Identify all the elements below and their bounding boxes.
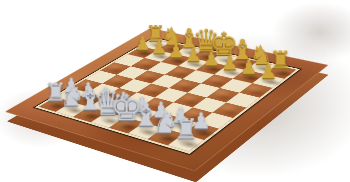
piece-black-pawn-h7: ♟ [244, 61, 292, 81]
chess-set-product-photo: ♜♞♝♛♚♝♞♜♟♟♟♟♟♟♟♟♟♟♟♟♟♟♟♟♜♞♝♛♚♝♞♜ [0, 0, 350, 182]
square-h1: ♜ [168, 134, 204, 152]
piece-white-rook-h1: ♜ [159, 114, 213, 142]
chess-board-frame: ♜♞♝♛♚♝♞♜♟♟♟♟♟♟♟♟♟♟♟♟♟♟♟♟♜♞♝♛♚♝♞♜ [5, 28, 329, 171]
chess-board: ♜♞♝♛♚♝♞♜♟♟♟♟♟♟♟♟♟♟♟♟♟♟♟♟♜♞♝♛♚♝♞♜ [39, 39, 296, 152]
board-tilt-wrapper: ♜♞♝♛♚♝♞♜♟♟♟♟♟♟♟♟♟♟♟♟♟♟♟♟♜♞♝♛♚♝♞♜ [0, 0, 350, 182]
